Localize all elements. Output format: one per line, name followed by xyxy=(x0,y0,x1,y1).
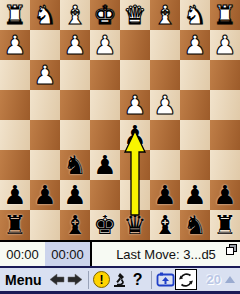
square-e7[interactable] xyxy=(90,180,120,210)
white-clock-active: 00:00 xyxy=(45,242,90,266)
square-b8[interactable]: ♞ xyxy=(180,210,210,240)
square-g4[interactable] xyxy=(30,90,60,120)
white-king-e1: ♚ xyxy=(93,0,116,30)
square-e6[interactable]: ♟ xyxy=(90,150,120,180)
square-c3[interactable] xyxy=(150,60,180,90)
square-f3[interactable] xyxy=(60,60,90,90)
square-f1[interactable]: ♝ xyxy=(60,0,90,30)
square-a5[interactable] xyxy=(210,120,240,150)
square-a1[interactable]: ♜ xyxy=(210,0,240,30)
white-knight-b1: ♞ xyxy=(183,0,206,30)
square-h1[interactable]: ♜ xyxy=(0,0,30,30)
square-b7[interactable]: ♟ xyxy=(180,180,210,210)
square-h3[interactable] xyxy=(0,60,30,90)
square-f6[interactable]: ♞ xyxy=(60,150,90,180)
back-arrow-icon[interactable] xyxy=(48,270,66,290)
last-move-label: Last Move: 3...d5 xyxy=(92,242,240,266)
white-pawn-c4: ♟ xyxy=(153,90,176,120)
analyze-icon[interactable] xyxy=(111,270,129,290)
move-now-icon[interactable]: ! xyxy=(93,270,111,290)
black-pawn-e6: ♟ xyxy=(93,150,116,180)
square-b2[interactable]: ♟ xyxy=(180,30,210,60)
square-g7[interactable]: ♟ xyxy=(30,180,60,210)
square-g2[interactable] xyxy=(30,30,60,60)
square-a4[interactable] xyxy=(210,90,240,120)
black-pawn-f7: ♟ xyxy=(63,180,86,210)
chess-board: ♜♞♝♚♛♝♞♜♟♟♟♟♟♟♟♟♟♞♟♟♟♟♟♟♟♜♝♚♛♝♞♜ xyxy=(0,0,240,240)
white-pawn-a2: ♟ xyxy=(213,30,236,60)
help-icon[interactable]: ? xyxy=(129,270,147,290)
square-e4[interactable] xyxy=(90,90,120,120)
black-rook-a8: ♜ xyxy=(213,210,236,240)
square-h4[interactable] xyxy=(0,90,30,120)
square-c4[interactable]: ♟ xyxy=(150,90,180,120)
white-pawn-g3: ♟ xyxy=(33,60,56,90)
black-queen-d8: ♛ xyxy=(123,210,146,240)
white-pawn-d4: ♟ xyxy=(123,90,146,120)
black-knight-b8: ♞ xyxy=(183,210,206,240)
white-pawn-e2: ♟ xyxy=(93,30,116,60)
white-bishop-c1: ♝ xyxy=(153,0,176,30)
level-badge: 20 xyxy=(207,272,221,287)
square-d1[interactable]: ♛ xyxy=(120,0,150,30)
black-pawn-a7: ♟ xyxy=(213,180,236,210)
chess-app-screen: ♜♞♝♚♛♝♞♜♟♟♟♟♟♟♟♟♟♞♟♟♟♟♟♟♟♜♝♚♛♝♞♜ 00:00 0… xyxy=(0,0,240,294)
square-d8[interactable]: ♛ xyxy=(120,210,150,240)
square-f2[interactable]: ♟ xyxy=(60,30,90,60)
black-pawn-c7: ♟ xyxy=(153,180,176,210)
status-bar: 00:00 00:00 Last Move: 3...d5 xyxy=(0,240,240,266)
square-d5[interactable]: ♟ xyxy=(120,120,150,150)
white-queen-d1: ♛ xyxy=(123,0,146,30)
square-e2[interactable]: ♟ xyxy=(90,30,120,60)
black-king-e8: ♚ xyxy=(93,210,116,240)
square-c2[interactable] xyxy=(150,30,180,60)
square-f4[interactable] xyxy=(60,90,90,120)
white-rook-h1: ♜ xyxy=(3,0,26,30)
flip-board-icon[interactable] xyxy=(175,269,197,290)
square-e3[interactable] xyxy=(90,60,120,90)
black-pawn-h7: ♟ xyxy=(3,180,26,210)
forward-arrow-icon[interactable] xyxy=(66,270,84,290)
square-e5[interactable] xyxy=(90,120,120,150)
square-a2[interactable]: ♟ xyxy=(210,30,240,60)
square-a3[interactable] xyxy=(210,60,240,90)
square-b5[interactable] xyxy=(180,120,210,150)
black-clock: 00:00 xyxy=(0,242,45,266)
square-d3[interactable] xyxy=(120,60,150,90)
square-d7[interactable] xyxy=(120,180,150,210)
black-rook-h8: ♜ xyxy=(3,210,26,240)
white-rook-a1: ♜ xyxy=(213,0,236,30)
square-c7[interactable]: ♟ xyxy=(150,180,180,210)
square-e8[interactable]: ♚ xyxy=(90,210,120,240)
square-h8[interactable]: ♜ xyxy=(0,210,30,240)
white-pawn-f2: ♟ xyxy=(63,30,86,60)
square-b3[interactable] xyxy=(180,60,210,90)
square-c6[interactable] xyxy=(150,150,180,180)
square-f5[interactable] xyxy=(60,120,90,150)
square-h5[interactable] xyxy=(0,120,30,150)
square-f8[interactable]: ♝ xyxy=(60,210,90,240)
square-a8[interactable]: ♜ xyxy=(210,210,240,240)
square-b6[interactable] xyxy=(180,150,210,180)
square-b1[interactable]: ♞ xyxy=(180,0,210,30)
square-g1[interactable]: ♞ xyxy=(30,0,60,30)
square-h2[interactable]: ♟ xyxy=(0,30,30,60)
input-panel-up-icon[interactable] xyxy=(225,276,235,283)
white-bishop-f1: ♝ xyxy=(63,0,86,30)
square-d2[interactable] xyxy=(120,30,150,60)
square-e1[interactable]: ♚ xyxy=(90,0,120,30)
white-pawn-b2: ♟ xyxy=(183,30,206,60)
black-bishop-c8: ♝ xyxy=(153,210,176,240)
square-c1[interactable]: ♝ xyxy=(150,0,180,30)
menu-button[interactable]: Menu xyxy=(5,272,42,288)
square-g5[interactable] xyxy=(30,120,60,150)
black-pawn-b7: ♟ xyxy=(183,180,206,210)
square-g3[interactable]: ♟ xyxy=(30,60,60,90)
square-f7[interactable]: ♟ xyxy=(60,180,90,210)
white-pawn-h2: ♟ xyxy=(3,30,26,60)
square-h7[interactable]: ♟ xyxy=(0,180,30,210)
square-b4[interactable] xyxy=(180,90,210,120)
square-d6[interactable] xyxy=(120,150,150,180)
black-pawn-g7: ♟ xyxy=(33,180,56,210)
square-a7[interactable]: ♟ xyxy=(210,180,240,210)
toolbar-separator xyxy=(88,271,89,289)
square-h6[interactable] xyxy=(0,150,30,180)
square-c8[interactable]: ♝ xyxy=(150,210,180,240)
black-bishop-f8: ♝ xyxy=(63,210,86,240)
square-d4[interactable]: ♟ xyxy=(120,90,150,120)
square-g6[interactable] xyxy=(30,150,60,180)
toolbar-separator xyxy=(151,271,152,289)
square-c5[interactable] xyxy=(150,120,180,150)
black-knight-f6: ♞ xyxy=(63,150,86,180)
black-pawn-d5: ♟ xyxy=(123,120,146,150)
menu-bar: Menu ! ? xyxy=(0,268,240,291)
setup-board-icon[interactable] xyxy=(156,270,175,290)
white-knight-g1: ♞ xyxy=(33,0,56,30)
square-a6[interactable] xyxy=(210,150,240,180)
restore-window-icon[interactable] xyxy=(226,244,237,255)
square-g8[interactable] xyxy=(30,210,60,240)
